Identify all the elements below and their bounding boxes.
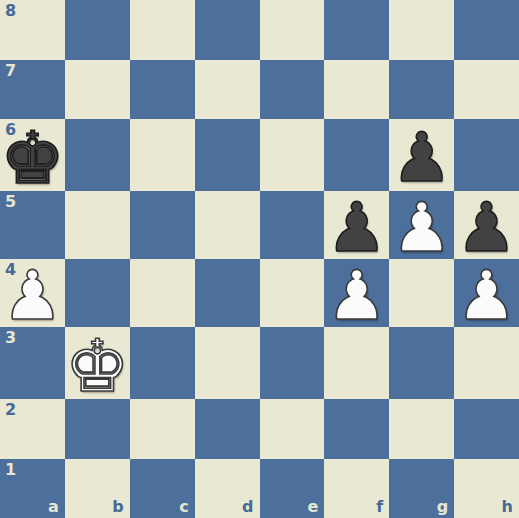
square-h2[interactable] — [454, 399, 519, 459]
rank-label-1: 1 — [5, 462, 16, 478]
square-a7[interactable]: 7 — [0, 60, 65, 120]
square-e6[interactable] — [260, 119, 325, 191]
rank-label-5: 5 — [5, 194, 16, 210]
file-label-c: c — [179, 499, 188, 515]
square-c8[interactable] — [130, 0, 195, 60]
square-c2[interactable] — [130, 399, 195, 459]
square-f3[interactable] — [324, 327, 389, 399]
rank-label-3: 3 — [5, 330, 16, 346]
white-pawn[interactable]: ♟ — [391, 194, 452, 262]
black-pawn[interactable]: ♟ — [326, 194, 387, 262]
square-e8[interactable] — [260, 0, 325, 60]
square-b6[interactable] — [65, 119, 130, 191]
square-h8[interactable] — [454, 0, 519, 60]
square-a5[interactable]: 5 — [0, 191, 65, 259]
square-f5[interactable]: ♟ — [324, 191, 389, 259]
square-f2[interactable] — [324, 399, 389, 459]
square-b3[interactable]: ♚ — [65, 327, 130, 399]
square-h7[interactable] — [454, 60, 519, 120]
square-b1[interactable]: b — [65, 459, 130, 518]
black-pawn[interactable]: ♟ — [456, 194, 517, 262]
black-king[interactable]: ♚ — [0, 122, 65, 194]
square-b7[interactable] — [65, 60, 130, 120]
square-h5[interactable]: ♟ — [454, 191, 519, 259]
rank-label-7: 7 — [5, 63, 16, 79]
square-b5[interactable] — [65, 191, 130, 259]
square-f8[interactable] — [324, 0, 389, 60]
square-g1[interactable]: g — [389, 459, 454, 518]
square-e2[interactable] — [260, 399, 325, 459]
square-e7[interactable] — [260, 60, 325, 120]
square-c6[interactable] — [130, 119, 195, 191]
square-d6[interactable] — [195, 119, 260, 191]
square-a4[interactable]: 4♟ — [0, 259, 65, 327]
square-a2[interactable]: 2 — [0, 399, 65, 459]
square-f1[interactable]: f — [324, 459, 389, 518]
square-b2[interactable] — [65, 399, 130, 459]
square-c7[interactable] — [130, 60, 195, 120]
square-d4[interactable] — [195, 259, 260, 327]
square-g7[interactable] — [389, 60, 454, 120]
square-g8[interactable] — [389, 0, 454, 60]
file-label-h: h — [502, 499, 513, 515]
square-h6[interactable] — [454, 119, 519, 191]
white-king[interactable]: ♚ — [65, 330, 130, 402]
square-b4[interactable] — [65, 259, 130, 327]
square-a1[interactable]: 1a — [0, 459, 65, 518]
square-h3[interactable] — [454, 327, 519, 399]
rank-label-2: 2 — [5, 402, 16, 418]
white-pawn[interactable]: ♟ — [2, 262, 63, 330]
square-e5[interactable] — [260, 191, 325, 259]
square-g5[interactable]: ♟ — [389, 191, 454, 259]
file-label-a: a — [48, 499, 59, 515]
square-d8[interactable] — [195, 0, 260, 60]
square-f6[interactable] — [324, 119, 389, 191]
square-h4[interactable]: ♟ — [454, 259, 519, 327]
square-f4[interactable]: ♟ — [324, 259, 389, 327]
square-a6[interactable]: 6♚ — [0, 119, 65, 191]
square-g3[interactable] — [389, 327, 454, 399]
square-g4[interactable] — [389, 259, 454, 327]
file-label-d: d — [242, 499, 253, 515]
square-d5[interactable] — [195, 191, 260, 259]
square-a8[interactable]: 8 — [0, 0, 65, 60]
rank-label-8: 8 — [5, 3, 16, 19]
white-pawn[interactable]: ♟ — [326, 262, 387, 330]
square-d1[interactable]: d — [195, 459, 260, 518]
file-label-b: b — [112, 499, 123, 515]
file-label-e: e — [308, 499, 319, 515]
file-label-f: f — [376, 499, 383, 515]
square-g6[interactable]: ♟ — [389, 119, 454, 191]
square-a3[interactable]: 3 — [0, 327, 65, 399]
white-pawn[interactable]: ♟ — [456, 262, 517, 330]
square-c4[interactable] — [130, 259, 195, 327]
square-c5[interactable] — [130, 191, 195, 259]
square-e1[interactable]: e — [260, 459, 325, 518]
square-d7[interactable] — [195, 60, 260, 120]
file-label-g: g — [437, 499, 448, 515]
square-e4[interactable] — [260, 259, 325, 327]
square-d3[interactable] — [195, 327, 260, 399]
square-c3[interactable] — [130, 327, 195, 399]
square-h1[interactable]: h — [454, 459, 519, 518]
square-f7[interactable] — [324, 60, 389, 120]
black-pawn[interactable]: ♟ — [391, 124, 452, 192]
square-c1[interactable]: c — [130, 459, 195, 518]
square-d2[interactable] — [195, 399, 260, 459]
square-e3[interactable] — [260, 327, 325, 399]
square-b8[interactable] — [65, 0, 130, 60]
square-g2[interactable] — [389, 399, 454, 459]
chess-board: 876♚♟5♟♟♟4♟♟♟3♚21abcdefgh — [0, 0, 519, 518]
